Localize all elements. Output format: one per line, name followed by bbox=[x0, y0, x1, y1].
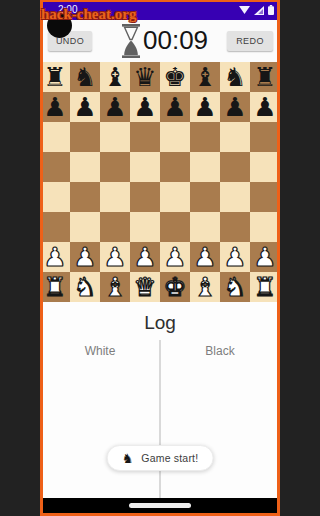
piece-black-rook: ♜ bbox=[40, 62, 70, 92]
square-g4[interactable] bbox=[220, 182, 250, 212]
square-d6[interactable] bbox=[130, 122, 160, 152]
square-c1[interactable]: ♝ bbox=[100, 272, 130, 302]
square-a7[interactable]: ♟ bbox=[40, 92, 70, 122]
piece-white-pawn: ♟ bbox=[220, 242, 250, 272]
square-b7[interactable]: ♟ bbox=[70, 92, 100, 122]
piece-white-rook: ♜ bbox=[250, 272, 280, 302]
square-e1[interactable]: ♚ bbox=[160, 272, 190, 302]
square-e3[interactable] bbox=[160, 212, 190, 242]
piece-white-bishop: ♝ bbox=[100, 272, 130, 302]
square-b6[interactable] bbox=[70, 122, 100, 152]
piece-white-pawn: ♟ bbox=[190, 242, 220, 272]
piece-white-pawn: ♟ bbox=[130, 242, 160, 272]
piece-white-queen: ♛ bbox=[130, 272, 160, 302]
piece-white-pawn: ♟ bbox=[160, 242, 190, 272]
square-a6[interactable] bbox=[40, 122, 70, 152]
square-d1[interactable]: ♛ bbox=[130, 272, 160, 302]
square-h4[interactable] bbox=[250, 182, 280, 212]
knight-icon: ♞ bbox=[122, 452, 134, 465]
log-section: Log White Black ♞ Game start! bbox=[40, 302, 280, 498]
square-g1[interactable]: ♞ bbox=[220, 272, 250, 302]
square-c2[interactable]: ♟ bbox=[100, 242, 130, 272]
square-f1[interactable]: ♝ bbox=[190, 272, 220, 302]
battery-icon bbox=[268, 1, 274, 19]
square-a4[interactable] bbox=[40, 182, 70, 212]
piece-black-pawn: ♟ bbox=[250, 92, 280, 122]
square-h8[interactable]: ♜ bbox=[250, 62, 280, 92]
piece-black-pawn: ♟ bbox=[40, 92, 70, 122]
chess-board[interactable]: ♜♞♝♛♚♝♞♜♟♟♟♟♟♟♟♟♟♟♟♟♟♟♟♟♜♞♝♛♚♝♞♜ bbox=[40, 62, 280, 302]
piece-white-rook: ♜ bbox=[40, 272, 70, 302]
navigation-bar bbox=[40, 498, 280, 513]
square-c7[interactable]: ♟ bbox=[100, 92, 130, 122]
square-b1[interactable]: ♞ bbox=[70, 272, 100, 302]
square-d8[interactable]: ♛ bbox=[130, 62, 160, 92]
piece-black-rook: ♜ bbox=[250, 62, 280, 92]
square-b5[interactable] bbox=[70, 152, 100, 182]
piece-white-pawn: ♟ bbox=[70, 242, 100, 272]
square-c3[interactable] bbox=[100, 212, 130, 242]
square-d5[interactable] bbox=[130, 152, 160, 182]
piece-black-pawn: ♟ bbox=[160, 92, 190, 122]
piece-black-pawn: ♟ bbox=[100, 92, 130, 122]
piece-black-king: ♚ bbox=[160, 62, 190, 92]
square-b4[interactable] bbox=[70, 182, 100, 212]
toolbar: UNDO 00:09 REDO bbox=[40, 20, 280, 62]
log-column-black: Black bbox=[160, 344, 280, 358]
home-indicator[interactable] bbox=[129, 503, 191, 508]
piece-black-knight: ♞ bbox=[220, 62, 250, 92]
square-a1[interactable]: ♜ bbox=[40, 272, 70, 302]
square-h7[interactable]: ♟ bbox=[250, 92, 280, 122]
square-f3[interactable] bbox=[190, 212, 220, 242]
piece-black-knight: ♞ bbox=[70, 62, 100, 92]
square-f7[interactable]: ♟ bbox=[190, 92, 220, 122]
square-c4[interactable] bbox=[100, 182, 130, 212]
log-divider bbox=[159, 340, 161, 498]
square-g8[interactable]: ♞ bbox=[220, 62, 250, 92]
square-f2[interactable]: ♟ bbox=[190, 242, 220, 272]
square-c6[interactable] bbox=[100, 122, 130, 152]
square-c5[interactable] bbox=[100, 152, 130, 182]
piece-black-queen: ♛ bbox=[130, 62, 160, 92]
status-icons bbox=[239, 5, 274, 15]
square-a8[interactable]: ♜ bbox=[40, 62, 70, 92]
piece-white-pawn: ♟ bbox=[40, 242, 70, 272]
status-time: 2:00 bbox=[58, 4, 77, 15]
square-f6[interactable] bbox=[190, 122, 220, 152]
square-e2[interactable]: ♟ bbox=[160, 242, 190, 272]
piece-white-knight: ♞ bbox=[220, 272, 250, 302]
square-g6[interactable] bbox=[220, 122, 250, 152]
square-h6[interactable] bbox=[250, 122, 280, 152]
square-h2[interactable]: ♟ bbox=[250, 242, 280, 272]
log-title: Log bbox=[40, 312, 280, 334]
square-b3[interactable] bbox=[70, 212, 100, 242]
square-f8[interactable]: ♝ bbox=[190, 62, 220, 92]
square-e4[interactable] bbox=[160, 182, 190, 212]
square-c8[interactable]: ♝ bbox=[100, 62, 130, 92]
square-d7[interactable]: ♟ bbox=[130, 92, 160, 122]
piece-white-pawn: ♟ bbox=[100, 242, 130, 272]
undo-button[interactable]: UNDO bbox=[48, 31, 92, 51]
square-g3[interactable] bbox=[220, 212, 250, 242]
square-d2[interactable]: ♟ bbox=[130, 242, 160, 272]
log-column-white: White bbox=[40, 344, 160, 358]
piece-white-pawn: ♟ bbox=[250, 242, 280, 272]
square-b8[interactable]: ♞ bbox=[70, 62, 100, 92]
piece-black-pawn: ♟ bbox=[220, 92, 250, 122]
piece-black-bishop: ♝ bbox=[100, 62, 130, 92]
cellular-icon bbox=[254, 1, 264, 19]
piece-black-pawn: ♟ bbox=[70, 92, 100, 122]
square-a2[interactable]: ♟ bbox=[40, 242, 70, 272]
square-f5[interactable] bbox=[190, 152, 220, 182]
square-a5[interactable] bbox=[40, 152, 70, 182]
square-e6[interactable] bbox=[160, 122, 190, 152]
piece-black-pawn: ♟ bbox=[190, 92, 220, 122]
hourglass-icon bbox=[120, 24, 142, 62]
square-g7[interactable]: ♟ bbox=[220, 92, 250, 122]
square-e5[interactable] bbox=[160, 152, 190, 182]
square-b2[interactable]: ♟ bbox=[70, 242, 100, 272]
square-h1[interactable]: ♜ bbox=[250, 272, 280, 302]
timer-display: 00:09 bbox=[143, 25, 207, 56]
wifi-icon bbox=[239, 1, 250, 19]
square-h5[interactable] bbox=[250, 152, 280, 182]
piece-black-pawn: ♟ bbox=[130, 92, 160, 122]
square-f4[interactable] bbox=[190, 182, 220, 212]
piece-white-knight: ♞ bbox=[70, 272, 100, 302]
piece-black-bishop: ♝ bbox=[190, 62, 220, 92]
square-e7[interactable]: ♟ bbox=[160, 92, 190, 122]
game-start-toast: ♞ Game start! bbox=[107, 445, 214, 471]
piece-white-bishop: ♝ bbox=[190, 272, 220, 302]
square-d3[interactable] bbox=[130, 212, 160, 242]
status-bar: 2:00 bbox=[40, 0, 280, 20]
piece-white-king: ♚ bbox=[160, 272, 190, 302]
square-d4[interactable] bbox=[130, 182, 160, 212]
square-e8[interactable]: ♚ bbox=[160, 62, 190, 92]
square-g5[interactable] bbox=[220, 152, 250, 182]
square-a3[interactable] bbox=[40, 212, 70, 242]
app-screen: 2:00 UNDO bbox=[40, 0, 280, 516]
square-g2[interactable]: ♟ bbox=[220, 242, 250, 272]
toast-text: Game start! bbox=[141, 452, 198, 464]
redo-button[interactable]: REDO bbox=[227, 31, 273, 51]
square-h3[interactable] bbox=[250, 212, 280, 242]
